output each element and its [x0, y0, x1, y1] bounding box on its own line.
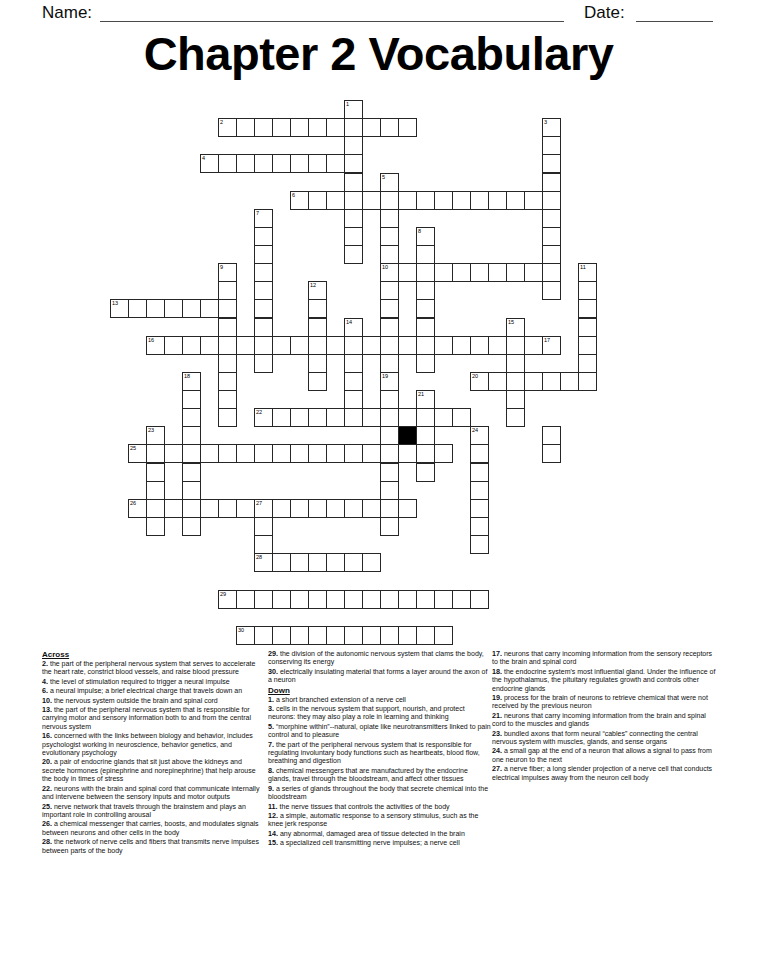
cell-r17c11[interactable]	[308, 408, 327, 427]
cell-r22c5[interactable]	[200, 499, 219, 518]
cell-r3c12[interactable]	[326, 154, 345, 173]
cell-r5c11[interactable]	[308, 191, 327, 210]
cell-r18c2[interactable]: 23	[146, 426, 165, 445]
page-title: Chapter 2 Vocabulary	[0, 26, 757, 81]
cell-r22c20[interactable]	[470, 499, 489, 518]
cell-r1c6[interactable]: 2	[218, 118, 237, 137]
cell-r19c18[interactable]	[434, 444, 453, 463]
cell-r12c17[interactable]	[416, 318, 435, 337]
clue-number: 20.	[42, 757, 52, 766]
cell-r13c19[interactable]	[452, 336, 471, 355]
clues-column-3: 17. neurons that carry incoming informat…	[492, 650, 716, 783]
cell-number-23: 23	[148, 427, 154, 433]
cell-r5c23[interactable]	[524, 191, 543, 210]
cell-r13c23[interactable]	[524, 336, 543, 355]
cell-r4c24[interactable]	[542, 173, 561, 192]
cell-r13c16[interactable]	[398, 336, 417, 355]
cell-r13c5[interactable]	[200, 336, 219, 355]
cell-r19c11[interactable]	[308, 444, 327, 463]
cell-r10c11[interactable]: 12	[308, 281, 327, 300]
cell-r13c24[interactable]: 17	[542, 336, 561, 355]
cell-number-28: 28	[256, 554, 262, 560]
cell-r16c17[interactable]: 21	[416, 390, 435, 409]
cell-r10c8[interactable]	[254, 281, 273, 300]
cell-r13c8[interactable]	[254, 336, 273, 355]
cell-r18c20[interactable]: 24	[470, 426, 489, 445]
cell-r10c17[interactable]	[416, 281, 435, 300]
cell-r15c24[interactable]	[542, 372, 561, 391]
cell-r5c15[interactable]	[380, 191, 399, 210]
cell-r13c14[interactable]	[362, 336, 381, 355]
cell-r8c13[interactable]	[344, 245, 363, 264]
cell-r25c10[interactable]	[290, 553, 309, 572]
clue-across-22: 22. neurons with the brain and spinal co…	[42, 785, 266, 802]
cell-r17c8[interactable]: 22	[254, 408, 273, 427]
cell-r11c15[interactable]	[380, 299, 399, 318]
cell-r19c12[interactable]	[326, 444, 345, 463]
cell-r15c20[interactable]: 20	[470, 372, 489, 391]
cell-r10c26[interactable]	[578, 281, 597, 300]
cell-r11c2[interactable]	[146, 299, 165, 318]
cell-r24c8[interactable]	[254, 535, 273, 554]
cell-r25c12[interactable]	[326, 553, 345, 572]
cell-r15c4[interactable]: 18	[182, 372, 201, 391]
clue-across-4: 4. the level of stimulation required to …	[42, 678, 266, 686]
cell-r11c8[interactable]	[254, 299, 273, 318]
clue-number: 23.	[492, 729, 502, 738]
clue-across-26: 26. a chemical messenger that carries, b…	[42, 820, 266, 837]
cell-r29c12[interactable]	[326, 626, 345, 645]
cell-r8c8[interactable]	[254, 245, 273, 264]
cell-r21c15[interactable]	[380, 481, 399, 500]
cell-r29c17[interactable]	[416, 626, 435, 645]
cell-r17c12[interactable]	[326, 408, 345, 427]
cell-r22c9[interactable]	[272, 499, 291, 518]
cell-r19c8[interactable]	[254, 444, 273, 463]
cell-number-2: 2	[220, 119, 223, 125]
cell-r19c1[interactable]: 25	[128, 444, 147, 463]
clues-column-2: 29. the division of the autonomic nervou…	[268, 650, 492, 849]
cell-r17c14[interactable]	[362, 408, 381, 427]
cell-r3c5[interactable]: 4	[200, 154, 219, 173]
cell-r19c7[interactable]	[236, 444, 255, 463]
cell-r8c17[interactable]	[416, 245, 435, 264]
cell-r11c26[interactable]	[578, 299, 597, 318]
cell-r27c9[interactable]	[272, 590, 291, 609]
cell-r17c17[interactable]	[416, 408, 435, 427]
cell-r5c19[interactable]	[452, 191, 471, 210]
cell-r15c23[interactable]	[524, 372, 543, 391]
cell-r9c18[interactable]	[434, 263, 453, 282]
cell-r10c24[interactable]	[542, 281, 561, 300]
cell-r29c15[interactable]	[380, 626, 399, 645]
cell-r20c2[interactable]	[146, 463, 165, 482]
cell-r4c15[interactable]: 5	[380, 173, 399, 192]
cell-r11c17[interactable]	[416, 299, 435, 318]
cell-r12c11[interactable]	[308, 318, 327, 337]
cell-r29c9[interactable]	[272, 626, 291, 645]
cell-r1c15[interactable]	[380, 118, 399, 137]
cell-r19c10[interactable]	[290, 444, 309, 463]
cell-r12c22[interactable]: 15	[506, 318, 525, 337]
cell-r19c17[interactable]	[416, 444, 435, 463]
cell-r14c6[interactable]	[218, 354, 237, 373]
cell-number-30: 30	[238, 627, 244, 633]
cell-r6c24[interactable]	[542, 209, 561, 228]
cell-r27c15[interactable]	[380, 590, 399, 609]
cell-r29c14[interactable]	[362, 626, 381, 645]
cell-r9c23[interactable]	[524, 263, 543, 282]
cell-r22c2[interactable]	[146, 499, 165, 518]
cell-r23c20[interactable]	[470, 517, 489, 536]
cell-r17c10[interactable]	[290, 408, 309, 427]
clue-number: 18.	[492, 667, 502, 676]
cell-r22c12[interactable]	[326, 499, 345, 518]
clue-number: 30.	[268, 667, 278, 676]
cell-r27c12[interactable]	[326, 590, 345, 609]
cell-r17c22[interactable]	[506, 408, 525, 427]
cell-r9c24[interactable]	[542, 263, 561, 282]
cell-r27c7[interactable]	[236, 590, 255, 609]
cell-r13c3[interactable]	[164, 336, 183, 355]
cell-r23c8[interactable]	[254, 517, 273, 536]
cell-r23c15[interactable]	[380, 517, 399, 536]
cell-number-11: 11	[580, 264, 586, 270]
cell-r0c13[interactable]: 1	[344, 100, 363, 119]
cell-r9c6[interactable]: 9	[218, 263, 237, 282]
cell-r25c9[interactable]	[272, 553, 291, 572]
cell-r21c4[interactable]	[182, 481, 201, 500]
cell-r19c24[interactable]	[542, 444, 561, 463]
cell-r27c6[interactable]: 29	[218, 590, 237, 609]
cell-r23c4[interactable]	[182, 517, 201, 536]
clue-across-20: 20. a pair of endocrine glands that sit …	[42, 758, 266, 783]
cell-r13c9[interactable]	[272, 336, 291, 355]
cell-r15c11[interactable]	[308, 372, 327, 391]
cell-r22c13[interactable]	[344, 499, 363, 518]
cell-r9c26[interactable]: 11	[578, 263, 597, 282]
cell-number-5: 5	[382, 174, 385, 180]
cell-r3c11[interactable]	[308, 154, 327, 173]
cell-r9c16[interactable]	[398, 263, 417, 282]
clue-down-8: 8. chemical messengers that are manufact…	[268, 767, 492, 784]
cell-r19c4[interactable]	[182, 444, 201, 463]
cell-r18c15[interactable]	[380, 426, 399, 445]
cell-r3c24[interactable]	[542, 154, 561, 173]
cell-r22c14[interactable]	[362, 499, 381, 518]
cell-r8c24[interactable]	[542, 245, 561, 264]
cell-r5c16[interactable]	[398, 191, 417, 210]
cell-r17c16[interactable]	[398, 408, 417, 427]
cell-r5c14[interactable]	[362, 191, 381, 210]
name-blank-line[interactable]	[100, 21, 564, 22]
cell-r5c17[interactable]	[416, 191, 435, 210]
cell-r13c15[interactable]	[380, 336, 399, 355]
cell-r13c7[interactable]	[236, 336, 255, 355]
cell-r5c20[interactable]	[470, 191, 489, 210]
cell-r19c20[interactable]	[470, 444, 489, 463]
cell-r27c13[interactable]	[344, 590, 363, 609]
cell-r17c4[interactable]	[182, 408, 201, 427]
cell-r13c22[interactable]	[506, 336, 525, 355]
cell-r10c15[interactable]	[380, 281, 399, 300]
cell-r15c21[interactable]	[488, 372, 507, 391]
clue-number: 24.	[492, 746, 502, 755]
cell-r5c12[interactable]	[326, 191, 345, 210]
cell-r12c13[interactable]: 14	[344, 318, 363, 337]
clue-across-2: 2. the part of the peripheral nervous sy…	[42, 660, 266, 677]
cell-r13c13[interactable]	[344, 336, 363, 355]
cell-r3c6[interactable]	[218, 154, 237, 173]
cell-r9c17[interactable]	[416, 263, 435, 282]
clue-down-11: 11. the nerve tissues that controls the …	[268, 803, 492, 811]
cell-r13c17[interactable]	[416, 336, 435, 355]
cell-r9c22[interactable]	[506, 263, 525, 282]
cell-r27c19[interactable]	[452, 590, 471, 609]
cell-r2c13[interactable]	[344, 136, 363, 155]
cell-r29c18[interactable]	[434, 626, 453, 645]
cell-r22c6[interactable]	[218, 499, 237, 518]
cell-number-9: 9	[220, 264, 223, 270]
cell-r27c18[interactable]	[434, 590, 453, 609]
cell-number-10: 10	[382, 264, 388, 270]
cell-r16c22[interactable]	[506, 390, 525, 409]
cell-r13c26[interactable]	[578, 336, 597, 355]
cell-r27c10[interactable]	[290, 590, 309, 609]
cell-r17c9[interactable]	[272, 408, 291, 427]
cell-r25c11[interactable]	[308, 553, 327, 572]
cell-r19c15[interactable]	[380, 444, 399, 463]
cell-r20c20[interactable]	[470, 463, 489, 482]
cell-r2c24[interactable]	[542, 136, 561, 155]
cell-r13c12[interactable]	[326, 336, 345, 355]
cell-r22c16[interactable]	[398, 499, 417, 518]
cell-r15c25[interactable]	[560, 372, 579, 391]
cell-number-4: 4	[202, 155, 205, 161]
cell-r7c15[interactable]	[380, 227, 399, 246]
cell-r29c8[interactable]	[254, 626, 273, 645]
cell-r1c12[interactable]	[326, 118, 345, 137]
cell-r15c26[interactable]	[578, 372, 597, 391]
cell-r15c13[interactable]	[344, 372, 363, 391]
cell-r10c6[interactable]	[218, 281, 237, 300]
cell-r17c19[interactable]	[452, 408, 471, 427]
clue-down-12: 12. a simple, automatic response to a se…	[268, 812, 492, 829]
cell-r3c13[interactable]	[344, 154, 363, 173]
cell-r15c15[interactable]: 19	[380, 372, 399, 391]
cell-r13c21[interactable]	[488, 336, 507, 355]
cell-r1c9[interactable]	[272, 118, 291, 137]
cell-r20c15[interactable]	[380, 463, 399, 482]
cell-r11c0[interactable]: 13	[110, 299, 129, 318]
cell-r17c15[interactable]	[380, 408, 399, 427]
cell-r1c16[interactable]	[398, 118, 417, 137]
cell-r6c8[interactable]: 7	[254, 209, 273, 228]
clue-number: 8.	[268, 766, 274, 775]
cell-r27c11[interactable]	[308, 590, 327, 609]
cell-r3c7[interactable]	[236, 154, 255, 173]
cell-r29c7[interactable]: 30	[236, 626, 255, 645]
cell-r1c13[interactable]	[344, 118, 363, 137]
cell-r24c20[interactable]	[470, 535, 489, 554]
cell-r15c6[interactable]	[218, 372, 237, 391]
cell-r22c15[interactable]	[380, 499, 399, 518]
cell-r14c11[interactable]	[308, 354, 327, 373]
cell-r12c6[interactable]	[218, 318, 237, 337]
cell-r29c10[interactable]	[290, 626, 309, 645]
cell-r11c5[interactable]	[200, 299, 219, 318]
cell-r1c11[interactable]	[308, 118, 327, 137]
cell-r3c8[interactable]	[254, 154, 273, 173]
cell-r13c20[interactable]	[470, 336, 489, 355]
cell-r29c16[interactable]	[398, 626, 417, 645]
cell-r21c20[interactable]	[470, 481, 489, 500]
cell-r29c13[interactable]	[344, 626, 363, 645]
cell-r14c13[interactable]	[344, 354, 363, 373]
cell-r22c3[interactable]	[164, 499, 183, 518]
cell-r16c15[interactable]	[380, 390, 399, 409]
clue-number: 9.	[268, 784, 274, 793]
cell-r19c14[interactable]	[362, 444, 381, 463]
cell-r27c8[interactable]	[254, 590, 273, 609]
cell-r6c13[interactable]	[344, 209, 363, 228]
cell-number-20: 20	[472, 373, 478, 379]
cell-r1c24[interactable]: 3	[542, 118, 561, 137]
cell-r18c24[interactable]	[542, 426, 561, 445]
cell-r22c7[interactable]	[236, 499, 255, 518]
cell-r5c10[interactable]: 6	[290, 191, 309, 210]
cell-r19c6[interactable]	[218, 444, 237, 463]
cell-r21c2[interactable]	[146, 481, 165, 500]
clue-number: 10.	[42, 696, 52, 705]
cell-r3c9[interactable]	[272, 154, 291, 173]
cell-r7c8[interactable]	[254, 227, 273, 246]
cell-r19c13[interactable]	[344, 444, 363, 463]
cell-r15c22[interactable]	[506, 372, 525, 391]
cell-r11c1[interactable]	[128, 299, 147, 318]
crossword-grid: 1234567891011121314151617181920212223242…	[110, 100, 597, 645]
clue-number: 2.	[42, 659, 48, 668]
cell-r20c17[interactable]	[416, 463, 435, 482]
cell-r5c21[interactable]	[488, 191, 507, 210]
cell-number-15: 15	[508, 319, 514, 325]
cell-r18c17[interactable]	[416, 426, 435, 445]
cell-r8c15[interactable]	[380, 245, 399, 264]
cell-r12c8[interactable]	[254, 318, 273, 337]
cell-r14c26[interactable]	[578, 354, 597, 373]
cell-r19c9[interactable]	[272, 444, 291, 463]
cell-r9c21[interactable]	[488, 263, 507, 282]
cell-r14c22[interactable]	[506, 354, 525, 373]
cell-r5c13[interactable]	[344, 191, 363, 210]
cell-r23c2[interactable]	[146, 517, 165, 536]
cell-r13c6[interactable]	[218, 336, 237, 355]
cell-r20c4[interactable]	[182, 463, 201, 482]
cell-r5c24[interactable]	[542, 191, 561, 210]
cell-r11c6[interactable]	[218, 299, 237, 318]
cell-r14c15[interactable]	[380, 354, 399, 373]
cell-r13c11[interactable]	[308, 336, 327, 355]
cell-r17c18[interactable]	[434, 408, 453, 427]
clue-across-28: 28. the network of nerve cells and fiber…	[42, 838, 266, 855]
cell-r13c2[interactable]: 16	[146, 336, 165, 355]
cell-r18c4[interactable]	[182, 426, 201, 445]
cell-r17c13[interactable]	[344, 408, 363, 427]
cell-r22c11[interactable]	[308, 499, 327, 518]
cell-r1c14[interactable]	[362, 118, 381, 137]
clue-number: 19.	[492, 693, 502, 702]
cell-r19c5[interactable]	[200, 444, 219, 463]
cell-r22c8[interactable]: 27	[254, 499, 273, 518]
cell-r4c13[interactable]	[344, 173, 363, 192]
cell-r13c18[interactable]	[434, 336, 453, 355]
cell-r17c6[interactable]	[218, 408, 237, 427]
clue-number: 3.	[268, 704, 274, 713]
cell-r11c3[interactable]	[164, 299, 183, 318]
cell-r12c26[interactable]	[578, 318, 597, 337]
cell-r5c22[interactable]	[506, 191, 525, 210]
cell-number-6: 6	[292, 192, 295, 198]
cell-r14c8[interactable]	[254, 354, 273, 373]
cell-r16c6[interactable]	[218, 390, 237, 409]
cell-r27c17[interactable]	[416, 590, 435, 609]
cell-r6c15[interactable]	[380, 209, 399, 228]
cell-r1c7[interactable]	[236, 118, 255, 137]
cell-r9c19[interactable]	[452, 263, 471, 282]
cell-r22c10[interactable]	[290, 499, 309, 518]
cell-number-12: 12	[310, 282, 316, 288]
cell-r16c4[interactable]	[182, 390, 201, 409]
cell-r9c15[interactable]: 10	[380, 263, 399, 282]
cell-r19c16[interactable]	[398, 444, 417, 463]
cell-number-27: 27	[256, 500, 262, 506]
cell-r7c24[interactable]	[542, 227, 561, 246]
cell-r11c4[interactable]	[182, 299, 201, 318]
cell-r25c14[interactable]	[362, 553, 381, 572]
cell-r22c1[interactable]: 26	[128, 499, 147, 518]
cell-r9c8[interactable]	[254, 263, 273, 282]
cell-r14c17[interactable]	[416, 354, 435, 373]
cell-r1c8[interactable]	[254, 118, 273, 137]
cell-r16c13[interactable]	[344, 390, 363, 409]
date-blank-line[interactable]	[636, 21, 713, 22]
cell-r7c13[interactable]	[344, 227, 363, 246]
cell-r9c20[interactable]	[470, 263, 489, 282]
cell-r27c16[interactable]	[398, 590, 417, 609]
cell-r25c8[interactable]: 28	[254, 553, 273, 572]
cell-r13c4[interactable]	[182, 336, 201, 355]
cell-r19c2[interactable]	[146, 444, 165, 463]
cell-r19c3[interactable]	[164, 444, 183, 463]
cell-r29c11[interactable]	[308, 626, 327, 645]
cell-number-29: 29	[220, 591, 226, 597]
cell-r5c18[interactable]	[434, 191, 453, 210]
cell-r27c20[interactable]	[470, 590, 489, 609]
cell-r7c17[interactable]: 8	[416, 227, 435, 246]
clue-down-18: 18. the endocrine system's most influent…	[492, 668, 716, 693]
clue-down-14: 14. any abnormal, damaged area of tissue…	[268, 830, 492, 838]
cell-r25c13[interactable]	[344, 553, 363, 572]
cell-r13c10[interactable]	[290, 336, 309, 355]
cell-r22c4[interactable]	[182, 499, 201, 518]
cell-r1c10[interactable]	[290, 118, 309, 137]
date-label: Date:	[584, 3, 625, 23]
cell-r3c10[interactable]	[290, 154, 309, 173]
clue-number: 15.	[268, 838, 278, 847]
cell-r12c15[interactable]	[380, 318, 399, 337]
cell-r11c11[interactable]	[308, 299, 327, 318]
cell-r27c14[interactable]	[362, 590, 381, 609]
